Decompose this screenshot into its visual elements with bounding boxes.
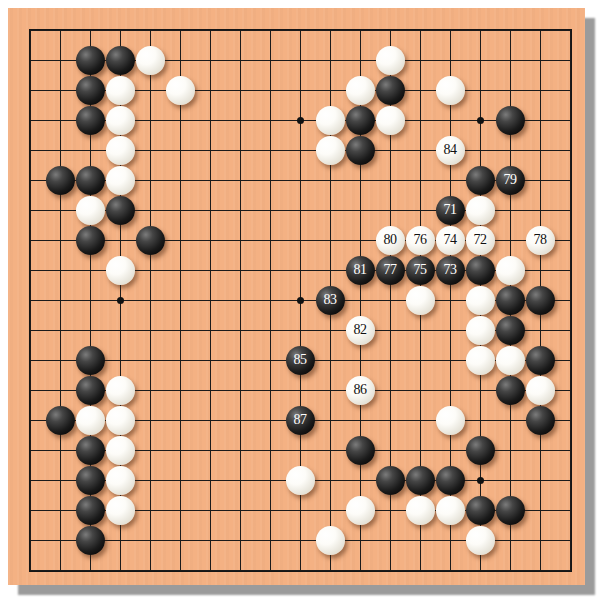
intersection[interactable] <box>495 495 525 525</box>
intersection[interactable]: 80 <box>375 225 405 255</box>
intersection[interactable] <box>435 435 465 465</box>
black-stone-move-83[interactable]: 83 <box>316 286 345 315</box>
intersection[interactable] <box>135 255 165 285</box>
white-stone[interactable] <box>526 376 555 405</box>
intersection[interactable] <box>105 555 135 585</box>
white-stone-move-86[interactable]: 86 <box>346 376 375 405</box>
intersection[interactable] <box>375 465 405 495</box>
black-stone[interactable] <box>466 496 495 525</box>
intersection[interactable] <box>525 255 555 285</box>
intersection[interactable] <box>375 195 405 225</box>
intersection[interactable] <box>405 15 435 45</box>
white-stone[interactable] <box>106 106 135 135</box>
intersection[interactable] <box>315 525 345 555</box>
black-stone[interactable] <box>76 436 105 465</box>
intersection[interactable] <box>75 45 105 75</box>
intersection[interactable] <box>225 75 255 105</box>
intersection[interactable]: 77 <box>375 255 405 285</box>
white-stone[interactable] <box>346 76 375 105</box>
intersection[interactable]: 78 <box>525 225 555 255</box>
intersection[interactable] <box>75 285 105 315</box>
intersection[interactable] <box>285 255 315 285</box>
intersection[interactable] <box>15 465 45 495</box>
intersection[interactable] <box>75 405 105 435</box>
intersection[interactable] <box>195 345 225 375</box>
intersection[interactable] <box>525 195 555 225</box>
white-stone[interactable] <box>286 466 315 495</box>
white-stone[interactable] <box>496 256 525 285</box>
intersection[interactable] <box>495 315 525 345</box>
white-stone[interactable] <box>436 76 465 105</box>
intersection[interactable] <box>375 165 405 195</box>
intersection[interactable] <box>315 555 345 585</box>
white-stone[interactable] <box>106 466 135 495</box>
intersection[interactable] <box>45 165 75 195</box>
intersection[interactable] <box>315 255 345 285</box>
intersection[interactable] <box>435 45 465 75</box>
black-stone[interactable] <box>76 376 105 405</box>
white-stone[interactable] <box>406 286 435 315</box>
intersection[interactable] <box>15 495 45 525</box>
black-stone[interactable] <box>46 166 75 195</box>
intersection[interactable] <box>105 225 135 255</box>
intersection[interactable] <box>465 45 495 75</box>
intersection[interactable] <box>525 315 555 345</box>
intersection[interactable] <box>75 555 105 585</box>
intersection[interactable] <box>225 375 255 405</box>
intersection[interactable] <box>435 15 465 45</box>
intersection[interactable] <box>225 495 255 525</box>
intersection[interactable] <box>375 75 405 105</box>
intersection[interactable] <box>555 495 585 525</box>
intersection[interactable] <box>45 495 75 525</box>
intersection[interactable] <box>375 405 405 435</box>
intersection[interactable] <box>165 375 195 405</box>
black-stone[interactable] <box>76 76 105 105</box>
intersection[interactable] <box>225 255 255 285</box>
white-stone[interactable] <box>376 106 405 135</box>
intersection[interactable] <box>465 135 495 165</box>
intersection[interactable] <box>555 75 585 105</box>
intersection[interactable] <box>195 555 225 585</box>
intersection[interactable] <box>465 375 495 405</box>
intersection[interactable] <box>435 555 465 585</box>
intersection[interactable] <box>375 375 405 405</box>
white-stone[interactable] <box>466 196 495 225</box>
white-stone[interactable] <box>166 76 195 105</box>
intersection[interactable] <box>345 495 375 525</box>
intersection[interactable] <box>405 525 435 555</box>
intersection[interactable]: 83 <box>315 285 345 315</box>
black-stone[interactable] <box>346 436 375 465</box>
intersection[interactable] <box>285 495 315 525</box>
intersection[interactable] <box>135 75 165 105</box>
intersection[interactable] <box>105 465 135 495</box>
intersection[interactable] <box>135 375 165 405</box>
intersection[interactable] <box>285 375 315 405</box>
white-stone[interactable] <box>106 166 135 195</box>
black-stone-move-73[interactable]: 73 <box>436 256 465 285</box>
intersection[interactable] <box>75 105 105 135</box>
intersection[interactable]: 72 <box>465 225 495 255</box>
intersection[interactable] <box>315 15 345 45</box>
intersection[interactable] <box>255 285 285 315</box>
intersection[interactable] <box>285 465 315 495</box>
intersection[interactable] <box>555 165 585 195</box>
intersection[interactable] <box>195 465 225 495</box>
intersection[interactable] <box>555 15 585 45</box>
intersection[interactable] <box>105 165 135 195</box>
intersection[interactable] <box>285 435 315 465</box>
intersection[interactable] <box>435 465 465 495</box>
intersection[interactable] <box>15 345 45 375</box>
intersection[interactable] <box>195 75 225 105</box>
intersection[interactable] <box>405 45 435 75</box>
intersection[interactable] <box>15 45 45 75</box>
black-stone[interactable] <box>136 226 165 255</box>
intersection[interactable]: 71 <box>435 195 465 225</box>
intersection[interactable] <box>165 345 195 375</box>
black-stone[interactable] <box>76 226 105 255</box>
intersection[interactable] <box>375 135 405 165</box>
black-stone-move-71[interactable]: 71 <box>436 196 465 225</box>
black-stone[interactable] <box>346 136 375 165</box>
intersection[interactable] <box>105 255 135 285</box>
black-stone[interactable] <box>466 436 495 465</box>
white-stone[interactable] <box>466 286 495 315</box>
intersection[interactable]: 86 <box>345 375 375 405</box>
intersection[interactable] <box>75 225 105 255</box>
intersection[interactable] <box>555 375 585 405</box>
intersection[interactable] <box>375 15 405 45</box>
intersection[interactable] <box>495 255 525 285</box>
intersection[interactable] <box>405 435 435 465</box>
intersection[interactable] <box>405 495 435 525</box>
black-stone-move-85[interactable]: 85 <box>286 346 315 375</box>
intersection[interactable] <box>255 525 285 555</box>
intersection[interactable] <box>135 465 165 495</box>
intersection[interactable] <box>75 75 105 105</box>
intersection[interactable] <box>75 525 105 555</box>
white-stone[interactable] <box>106 406 135 435</box>
intersection[interactable] <box>285 135 315 165</box>
intersection[interactable] <box>465 195 495 225</box>
intersection[interactable] <box>45 135 75 165</box>
intersection[interactable]: 74 <box>435 225 465 255</box>
white-stone[interactable] <box>346 496 375 525</box>
intersection[interactable] <box>255 135 285 165</box>
intersection[interactable] <box>435 105 465 135</box>
intersection[interactable] <box>165 75 195 105</box>
intersection[interactable] <box>45 405 75 435</box>
intersection[interactable] <box>75 165 105 195</box>
white-stone-move-72[interactable]: 72 <box>466 226 495 255</box>
intersection[interactable] <box>135 345 165 375</box>
intersection[interactable]: 84 <box>435 135 465 165</box>
intersection[interactable] <box>525 525 555 555</box>
intersection[interactable] <box>345 165 375 195</box>
intersection[interactable] <box>525 555 555 585</box>
white-stone[interactable] <box>496 346 525 375</box>
intersection[interactable] <box>135 195 165 225</box>
intersection[interactable] <box>225 45 255 75</box>
intersection[interactable] <box>405 375 435 405</box>
intersection[interactable] <box>525 375 555 405</box>
intersection[interactable] <box>135 495 165 525</box>
intersection[interactable] <box>345 345 375 375</box>
intersection[interactable] <box>375 345 405 375</box>
intersection[interactable] <box>195 135 225 165</box>
intersection[interactable]: 75 <box>405 255 435 285</box>
intersection[interactable] <box>525 75 555 105</box>
intersection[interactable] <box>15 195 45 225</box>
intersection[interactable] <box>45 225 75 255</box>
intersection[interactable] <box>165 105 195 135</box>
intersection[interactable] <box>525 45 555 75</box>
intersection[interactable] <box>195 375 225 405</box>
white-stone[interactable] <box>466 316 495 345</box>
intersection[interactable] <box>135 15 165 45</box>
intersection[interactable] <box>375 45 405 75</box>
intersection[interactable] <box>495 75 525 105</box>
black-stone-move-75[interactable]: 75 <box>406 256 435 285</box>
intersection[interactable] <box>405 195 435 225</box>
intersection[interactable] <box>255 495 285 525</box>
intersection[interactable] <box>105 525 135 555</box>
intersection[interactable] <box>15 375 45 405</box>
intersection[interactable] <box>15 225 45 255</box>
intersection[interactable] <box>495 345 525 375</box>
intersection[interactable] <box>255 165 285 195</box>
intersection[interactable] <box>465 495 495 525</box>
intersection[interactable] <box>435 375 465 405</box>
intersection[interactable] <box>345 15 375 45</box>
intersection[interactable] <box>525 405 555 435</box>
intersection[interactable] <box>315 315 345 345</box>
white-stone[interactable] <box>106 76 135 105</box>
intersection[interactable] <box>435 75 465 105</box>
intersection[interactable] <box>165 465 195 495</box>
intersection[interactable] <box>255 405 285 435</box>
black-stone[interactable] <box>76 106 105 135</box>
intersection[interactable] <box>225 195 255 225</box>
intersection[interactable] <box>495 195 525 225</box>
intersection[interactable] <box>75 135 105 165</box>
intersection[interactable] <box>405 285 435 315</box>
intersection[interactable] <box>345 195 375 225</box>
intersection[interactable] <box>465 315 495 345</box>
intersection[interactable] <box>225 405 255 435</box>
black-stone[interactable] <box>526 346 555 375</box>
intersection[interactable] <box>15 285 45 315</box>
black-stone[interactable] <box>496 106 525 135</box>
intersection[interactable] <box>225 285 255 315</box>
black-stone[interactable] <box>46 406 75 435</box>
intersection[interactable] <box>345 525 375 555</box>
black-stone[interactable] <box>466 256 495 285</box>
intersection[interactable] <box>45 45 75 75</box>
white-stone-move-84[interactable]: 84 <box>436 136 465 165</box>
white-stone[interactable] <box>106 376 135 405</box>
intersection[interactable] <box>375 495 405 525</box>
intersection[interactable]: 82 <box>345 315 375 345</box>
intersection[interactable] <box>255 75 285 105</box>
intersection[interactable] <box>165 435 195 465</box>
intersection[interactable] <box>255 435 285 465</box>
intersection[interactable] <box>555 405 585 435</box>
black-stone[interactable] <box>76 526 105 555</box>
intersection[interactable] <box>15 135 45 165</box>
intersection[interactable] <box>255 225 285 255</box>
intersection[interactable] <box>555 345 585 375</box>
intersection[interactable] <box>105 375 135 405</box>
intersection[interactable] <box>105 105 135 135</box>
intersection[interactable] <box>195 45 225 75</box>
intersection[interactable] <box>135 435 165 465</box>
intersection[interactable] <box>15 255 45 285</box>
intersection[interactable] <box>15 555 45 585</box>
intersection[interactable] <box>495 465 525 495</box>
intersection[interactable] <box>345 435 375 465</box>
white-stone[interactable] <box>106 136 135 165</box>
intersection[interactable] <box>465 285 495 315</box>
intersection[interactable] <box>105 45 135 75</box>
black-stone[interactable] <box>376 76 405 105</box>
white-stone[interactable] <box>406 496 435 525</box>
intersection[interactable] <box>165 525 195 555</box>
intersection[interactable] <box>15 435 45 465</box>
white-stone[interactable] <box>76 406 105 435</box>
intersection[interactable] <box>195 495 225 525</box>
intersection[interactable] <box>405 465 435 495</box>
intersection[interactable] <box>345 45 375 75</box>
intersection[interactable] <box>225 15 255 45</box>
intersection[interactable] <box>15 315 45 345</box>
intersection[interactable] <box>45 255 75 285</box>
intersection[interactable] <box>495 375 525 405</box>
black-stone[interactable] <box>496 286 525 315</box>
intersection[interactable] <box>405 75 435 105</box>
intersection[interactable] <box>255 465 285 495</box>
intersection[interactable] <box>525 135 555 165</box>
intersection[interactable] <box>345 225 375 255</box>
intersection[interactable] <box>195 285 225 315</box>
white-stone[interactable] <box>466 526 495 555</box>
intersection[interactable] <box>525 465 555 495</box>
intersection[interactable] <box>195 255 225 285</box>
intersection[interactable] <box>105 75 135 105</box>
intersection[interactable] <box>315 225 345 255</box>
intersection[interactable] <box>375 525 405 555</box>
intersection[interactable] <box>165 45 195 75</box>
intersection[interactable] <box>165 195 195 225</box>
intersection[interactable] <box>495 405 525 435</box>
intersection[interactable] <box>315 495 345 525</box>
intersection[interactable] <box>135 135 165 165</box>
intersection[interactable] <box>525 435 555 465</box>
intersection[interactable] <box>45 315 75 345</box>
intersection[interactable] <box>345 285 375 315</box>
intersection[interactable] <box>165 225 195 255</box>
white-stone[interactable] <box>436 496 465 525</box>
intersection[interactable] <box>105 315 135 345</box>
intersection[interactable] <box>465 465 495 495</box>
intersection[interactable] <box>105 15 135 45</box>
intersection[interactable] <box>405 135 435 165</box>
intersection[interactable] <box>405 165 435 195</box>
intersection[interactable]: 79 <box>495 165 525 195</box>
black-stone[interactable] <box>76 166 105 195</box>
intersection[interactable] <box>525 15 555 45</box>
intersection[interactable] <box>405 345 435 375</box>
intersection[interactable] <box>555 435 585 465</box>
intersection[interactable] <box>435 345 465 375</box>
intersection[interactable] <box>45 285 75 315</box>
intersection[interactable] <box>135 525 165 555</box>
intersection[interactable] <box>225 225 255 255</box>
intersection[interactable] <box>405 555 435 585</box>
intersection[interactable] <box>285 75 315 105</box>
intersection[interactable] <box>465 555 495 585</box>
intersection[interactable] <box>555 255 585 285</box>
intersection[interactable] <box>555 135 585 165</box>
intersection[interactable] <box>255 255 285 285</box>
intersection[interactable] <box>135 105 165 135</box>
intersection[interactable] <box>435 525 465 555</box>
intersection[interactable] <box>15 165 45 195</box>
intersection[interactable] <box>285 195 315 225</box>
intersection[interactable] <box>465 165 495 195</box>
black-stone[interactable] <box>106 46 135 75</box>
intersection[interactable] <box>495 285 525 315</box>
intersection[interactable] <box>465 105 495 135</box>
intersection[interactable] <box>405 105 435 135</box>
black-stone[interactable] <box>496 316 525 345</box>
intersection[interactable] <box>75 465 105 495</box>
intersection[interactable] <box>495 435 525 465</box>
intersection[interactable] <box>495 555 525 585</box>
intersection[interactable] <box>555 285 585 315</box>
black-stone[interactable] <box>76 46 105 75</box>
intersection[interactable] <box>345 135 375 165</box>
intersection[interactable] <box>165 315 195 345</box>
black-stone[interactable] <box>496 496 525 525</box>
white-stone[interactable] <box>376 46 405 75</box>
intersection[interactable]: 85 <box>285 345 315 375</box>
intersection[interactable] <box>285 525 315 555</box>
intersection[interactable] <box>435 315 465 345</box>
intersection[interactable] <box>165 165 195 195</box>
intersection[interactable] <box>405 405 435 435</box>
intersection[interactable] <box>105 195 135 225</box>
white-stone-move-76[interactable]: 76 <box>406 226 435 255</box>
black-stone[interactable] <box>106 196 135 225</box>
intersection[interactable] <box>255 375 285 405</box>
intersection[interactable] <box>75 15 105 45</box>
black-stone[interactable] <box>76 466 105 495</box>
intersection[interactable]: 81 <box>345 255 375 285</box>
intersection[interactable] <box>165 285 195 315</box>
intersection[interactable] <box>135 285 165 315</box>
intersection[interactable] <box>135 315 165 345</box>
intersection[interactable] <box>465 75 495 105</box>
white-stone[interactable] <box>106 256 135 285</box>
intersection[interactable] <box>75 375 105 405</box>
intersection[interactable] <box>435 285 465 315</box>
intersection[interactable] <box>15 525 45 555</box>
intersection[interactable] <box>165 255 195 285</box>
intersection[interactable] <box>315 105 345 135</box>
